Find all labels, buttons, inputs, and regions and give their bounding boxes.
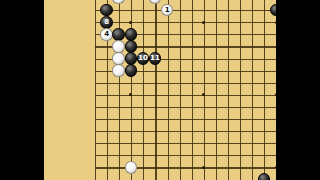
stone-F13: 11 xyxy=(149,52,162,65)
star-point-K4 xyxy=(202,166,205,169)
move-number-1: 1 xyxy=(165,6,170,13)
stone-E13: 10 xyxy=(137,52,150,65)
stone-D14 xyxy=(125,40,138,53)
stone-G17: 1 xyxy=(161,4,174,17)
stone-C15 xyxy=(112,28,125,41)
stone-C14 xyxy=(112,40,125,53)
star-point-D10 xyxy=(129,93,132,96)
stone-C12 xyxy=(112,64,125,77)
go-board[interactable]: 1841011 xyxy=(44,0,276,180)
stone-D4 xyxy=(125,161,138,174)
star-point-K16 xyxy=(202,21,205,24)
star-point-K10 xyxy=(202,93,205,96)
stone-C13 xyxy=(112,52,125,65)
stone-P3 xyxy=(258,173,271,180)
stone-C18 xyxy=(112,0,125,4)
move-number-4: 4 xyxy=(104,30,109,37)
stone-B17 xyxy=(100,4,113,17)
stone-D15 xyxy=(125,28,138,41)
go-diagram-frame: 1841011 xyxy=(0,0,320,180)
stone-B16: 8 xyxy=(100,16,113,29)
stone-B15: 4 xyxy=(100,28,113,41)
move-number-11: 11 xyxy=(150,55,160,62)
stone-D12 xyxy=(125,64,138,77)
move-number-8: 8 xyxy=(104,18,109,25)
stone-F18 xyxy=(149,0,162,4)
stone-D13 xyxy=(125,52,138,65)
letterbox-left xyxy=(0,0,44,180)
letterbox-right xyxy=(276,0,320,180)
star-point-D16 xyxy=(129,21,132,24)
move-number-10: 10 xyxy=(138,55,148,62)
